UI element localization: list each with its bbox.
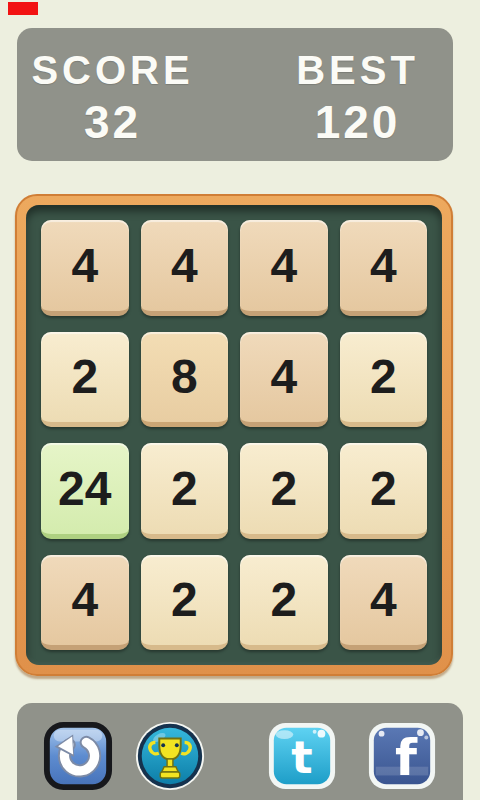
tile-r4c2: 2 [141, 555, 229, 651]
tile-r3c3: 2 [240, 443, 328, 539]
tile-r2c2: 8 [141, 332, 229, 428]
undo-icon [43, 721, 113, 791]
twitter-icon: t [267, 721, 337, 791]
best-block: BEST 120 [242, 28, 453, 161]
bottom-toolbar: t f [17, 703, 463, 800]
score-value: 32 [84, 99, 141, 145]
tile-r1c1: 4 [41, 220, 129, 316]
game-board[interactable]: 44442842242224224 [15, 194, 453, 676]
recording-indicator [8, 2, 38, 15]
score-label: SCORE [31, 50, 193, 90]
tile-r3c4: 2 [340, 443, 428, 539]
tile-r3c1: 24 [41, 443, 129, 539]
tile-r2c4: 2 [340, 332, 428, 428]
achievements-button[interactable] [133, 719, 207, 793]
facebook-icon: f [367, 721, 437, 791]
svg-text:t: t [291, 731, 312, 784]
tile-r1c2: 4 [141, 220, 229, 316]
tile-r2c3: 4 [240, 332, 328, 428]
tile-r3c2: 2 [141, 443, 229, 539]
tile-r4c3: 2 [240, 555, 328, 651]
app-screen: SCORE 32 BEST 120 44442842242224224 [0, 0, 480, 800]
tile-r4c4: 4 [340, 555, 428, 651]
tile-r4c1: 4 [41, 555, 129, 651]
score-panel: SCORE 32 BEST 120 [17, 28, 453, 161]
tile-grid[interactable]: 44442842242224224 [26, 205, 442, 665]
trophy-icon [133, 719, 207, 793]
best-label: BEST [296, 50, 419, 90]
facebook-share-button[interactable]: f [367, 721, 437, 791]
best-value: 120 [315, 99, 401, 145]
undo-button[interactable] [43, 721, 113, 791]
tile-r1c4: 4 [340, 220, 428, 316]
score-block: SCORE 32 [17, 28, 242, 161]
tile-r1c3: 4 [240, 220, 328, 316]
twitter-share-button[interactable]: t [267, 721, 337, 791]
svg-text:f: f [395, 728, 418, 787]
tile-r2c1: 2 [41, 332, 129, 428]
